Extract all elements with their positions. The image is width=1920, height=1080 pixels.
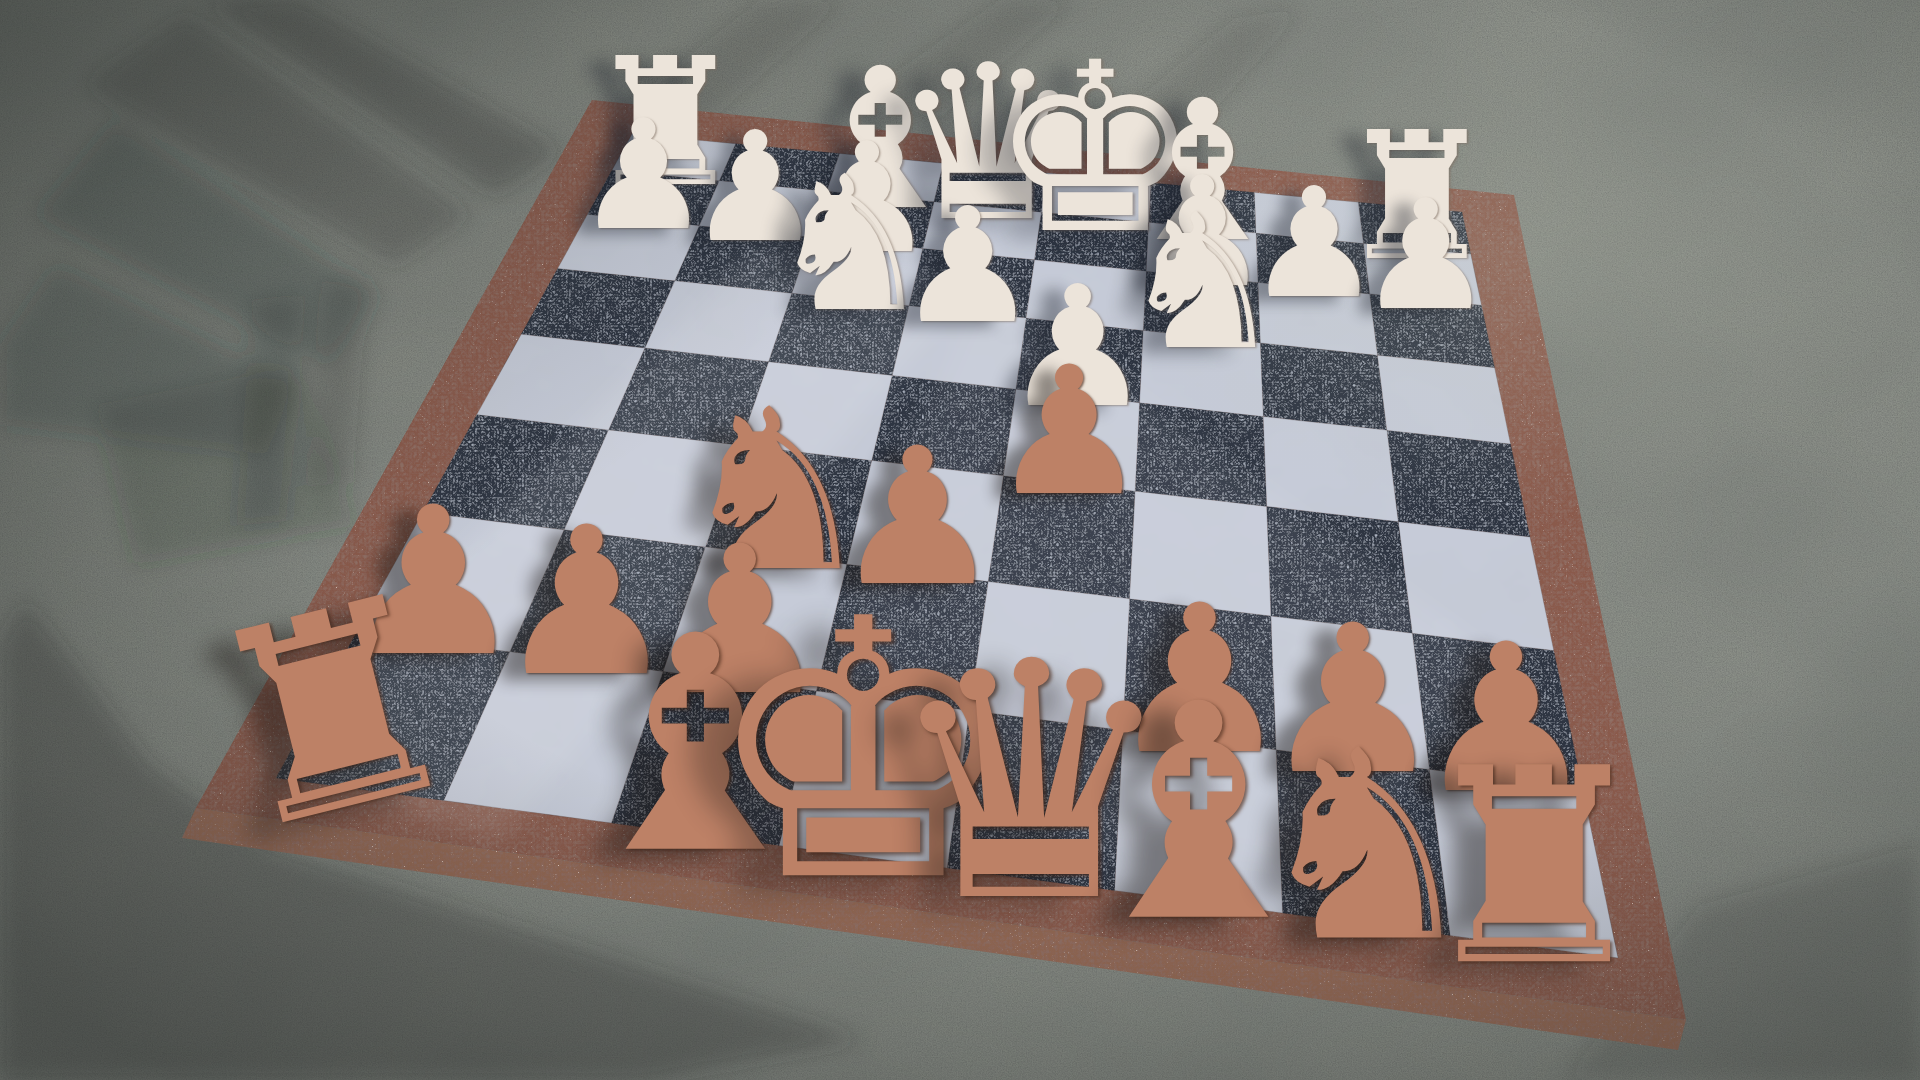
piece-white-pawn-a2[interactable]: ♟: [1357, 180, 1493, 332]
pieces-layer: ♜♝♛♚♝♜♟♟♟♟♟♟♞♞♟♟♟♟♞♟♟♟♟♟♟♜♝♚♛♝♞♜: [0, 0, 1920, 1080]
scene: ♜♝♛♚♝♜♟♟♟♟♟♟♞♞♟♟♟♟♞♟♟♟♟♟♟♜♝♚♛♝♞♜: [0, 0, 1920, 1080]
piece-black-pawn-d5[interactable]: ♟: [990, 344, 1149, 521]
piece-black-rook-a8[interactable]: ♜: [1413, 733, 1655, 1003]
